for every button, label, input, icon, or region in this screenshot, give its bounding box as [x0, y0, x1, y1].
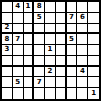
sudoku-cell-empty-r8c8[interactable]	[77, 77, 88, 88]
sudoku-cell-empty-r9c3[interactable]	[24, 88, 35, 99]
sudoku-cell-empty-r4c9[interactable]	[88, 34, 99, 45]
sudoku-cell-empty-r8c9[interactable]	[88, 77, 99, 88]
sudoku-cell-given-r2c7: 7	[67, 13, 78, 24]
sudoku-cell-empty-r9c5[interactable]	[45, 88, 56, 99]
sudoku-cell-empty-r2c1[interactable]	[2, 13, 13, 24]
sudoku-cell-empty-r7c2[interactable]	[13, 67, 24, 78]
sudoku-cell-empty-r7c9[interactable]	[88, 67, 99, 78]
sudoku-cell-given-r4c7: 5	[67, 34, 78, 45]
sudoku-cell-given-r3c1: 2	[2, 24, 13, 35]
sudoku-cell-empty-r9c6[interactable]	[56, 88, 67, 99]
sudoku-cell-empty-r7c3[interactable]	[24, 67, 35, 78]
sudoku-cell-given-r4c1: 8	[2, 34, 13, 45]
sudoku-cell-empty-r9c4[interactable]	[34, 88, 45, 99]
sudoku-cell-empty-r6c2[interactable]	[13, 56, 24, 67]
sudoku-cell-empty-r9c7[interactable]	[67, 88, 78, 99]
sudoku-cell-empty-r6c5[interactable]	[45, 56, 56, 67]
sudoku-cell-empty-r5c6[interactable]	[56, 45, 67, 56]
sudoku-cell-empty-r4c3[interactable]	[24, 34, 35, 45]
sudoku-cell-empty-r8c5[interactable]	[45, 77, 56, 88]
sudoku-cell-given-r2c8: 6	[77, 13, 88, 24]
sudoku-cell-given-r8c4: 7	[34, 77, 45, 88]
sudoku-cell-empty-r6c8[interactable]	[77, 56, 88, 67]
sudoku-cell-given-r1c4: 8	[34, 2, 45, 13]
sudoku-cell-empty-r5c2[interactable]	[13, 45, 24, 56]
sudoku-cell-given-r7c8: 4	[77, 67, 88, 78]
sudoku-cell-empty-r4c6[interactable]	[56, 34, 67, 45]
sudoku-cell-given-r5c5: 1	[45, 45, 56, 56]
sudoku-cell-empty-r3c5[interactable]	[45, 24, 56, 35]
sudoku-cell-empty-r2c6[interactable]	[56, 13, 67, 24]
sudoku-cell-given-r9c9: 1	[88, 88, 99, 99]
sudoku-cell-empty-r3c9[interactable]	[88, 24, 99, 35]
sudoku-cell-empty-r6c6[interactable]	[56, 56, 67, 67]
sudoku-cell-empty-r4c5[interactable]	[45, 34, 56, 45]
sudoku-cell-empty-r2c2[interactable]	[13, 13, 24, 24]
sudoku-cell-given-r1c2: 4	[13, 2, 24, 13]
sudoku-cell-empty-r3c3[interactable]	[24, 24, 35, 35]
sudoku-cell-empty-r1c6[interactable]	[56, 2, 67, 13]
sudoku-cell-empty-r8c7[interactable]	[67, 77, 78, 88]
sudoku-cell-empty-r1c5[interactable]	[45, 2, 56, 13]
sudoku-cell-empty-r9c2[interactable]	[13, 88, 24, 99]
sudoku-cell-given-r7c5: 2	[45, 67, 56, 78]
sudoku-board: 41857628753124571	[0, 0, 101, 101]
sudoku-cell-given-r1c3: 1	[24, 2, 35, 13]
sudoku-cell-empty-r1c1[interactable]	[2, 2, 13, 13]
sudoku-cell-given-r5c1: 3	[2, 45, 13, 56]
sudoku-cell-empty-r6c9[interactable]	[88, 56, 99, 67]
sudoku-cell-empty-r7c7[interactable]	[67, 67, 78, 78]
sudoku-cell-empty-r9c1[interactable]	[2, 88, 13, 99]
sudoku-cell-empty-r7c6[interactable]	[56, 67, 67, 78]
sudoku-cell-empty-r7c4[interactable]	[34, 67, 45, 78]
sudoku-cell-empty-r1c7[interactable]	[67, 2, 78, 13]
sudoku-cell-given-r2c4: 5	[34, 13, 45, 24]
sudoku-cell-empty-r5c9[interactable]	[88, 45, 99, 56]
sudoku-cell-empty-r2c3[interactable]	[24, 13, 35, 24]
sudoku-cell-empty-r8c3[interactable]	[24, 77, 35, 88]
sudoku-cell-empty-r3c2[interactable]	[13, 24, 24, 35]
sudoku-cell-empty-r3c6[interactable]	[56, 24, 67, 35]
sudoku-cell-empty-r4c4[interactable]	[34, 34, 45, 45]
sudoku-cell-empty-r5c3[interactable]	[24, 45, 35, 56]
sudoku-cell-empty-r2c9[interactable]	[88, 13, 99, 24]
sudoku-cell-given-r4c2: 7	[13, 34, 24, 45]
sudoku-cell-empty-r6c4[interactable]	[34, 56, 45, 67]
sudoku-cell-empty-r4c8[interactable]	[77, 34, 88, 45]
sudoku-cell-empty-r8c6[interactable]	[56, 77, 67, 88]
sudoku-cell-empty-r6c1[interactable]	[2, 56, 13, 67]
sudoku-cell-empty-r2c5[interactable]	[45, 13, 56, 24]
sudoku-cell-empty-r3c7[interactable]	[67, 24, 78, 35]
sudoku-cell-empty-r6c3[interactable]	[24, 56, 35, 67]
sudoku-cell-empty-r1c8[interactable]	[77, 2, 88, 13]
sudoku-cell-empty-r3c8[interactable]	[77, 24, 88, 35]
sudoku-cell-empty-r7c1[interactable]	[2, 67, 13, 78]
sudoku-cell-empty-r5c8[interactable]	[77, 45, 88, 56]
sudoku-cell-empty-r1c9[interactable]	[88, 2, 99, 13]
sudoku-cell-empty-r6c7[interactable]	[67, 56, 78, 67]
sudoku-cell-empty-r5c7[interactable]	[67, 45, 78, 56]
sudoku-cell-empty-r3c4[interactable]	[34, 24, 45, 35]
sudoku-cell-empty-r5c4[interactable]	[34, 45, 45, 56]
sudoku-cell-given-r8c2: 5	[13, 77, 24, 88]
sudoku-cell-empty-r9c8[interactable]	[77, 88, 88, 99]
sudoku-cell-empty-r8c1[interactable]	[2, 77, 13, 88]
